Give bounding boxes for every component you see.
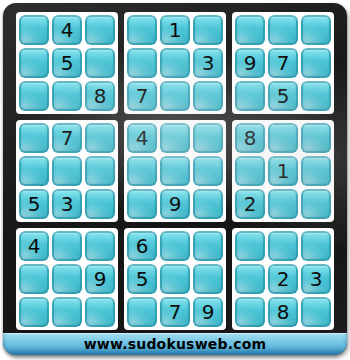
cell-r6c3[interactable] <box>85 189 115 219</box>
box-r3c1: 49 <box>16 228 118 330</box>
cell-r4c9[interactable] <box>301 123 331 153</box>
cell-r1c1[interactable] <box>19 15 49 45</box>
cell-r2c4[interactable] <box>127 48 157 78</box>
cell-r9c5[interactable]: 7 <box>160 297 190 327</box>
cell-r5c7[interactable] <box>235 156 265 186</box>
cell-r5c8[interactable]: 1 <box>268 156 298 186</box>
cell-r3c9[interactable] <box>301 81 331 111</box>
cell-r2c6[interactable]: 3 <box>193 48 223 78</box>
cell-r7c6[interactable] <box>193 231 223 261</box>
cell-r6c4[interactable] <box>127 189 157 219</box>
cell-r6c1[interactable]: 5 <box>19 189 49 219</box>
cell-r1c7[interactable] <box>235 15 265 45</box>
cell-r1c3[interactable] <box>85 15 115 45</box>
cell-r9c7[interactable] <box>235 297 265 327</box>
cell-r8c7[interactable] <box>235 264 265 294</box>
cell-r2c8[interactable]: 7 <box>268 48 298 78</box>
cell-r5c4[interactable] <box>127 156 157 186</box>
cell-r1c5[interactable]: 1 <box>160 15 190 45</box>
footer-url[interactable]: www.sudokusweb.com <box>84 336 267 352</box>
cell-r4c3[interactable] <box>85 123 115 153</box>
cell-r1c8[interactable] <box>268 15 298 45</box>
cell-r3c3[interactable]: 8 <box>85 81 115 111</box>
cell-r7c2[interactable] <box>52 231 82 261</box>
cell-r3c2[interactable] <box>52 81 82 111</box>
cell-r9c6[interactable]: 9 <box>193 297 223 327</box>
cell-r4c6[interactable] <box>193 123 223 153</box>
cell-r6c9[interactable] <box>301 189 331 219</box>
cell-r6c2[interactable]: 3 <box>52 189 82 219</box>
box-r3c3: 238 <box>232 228 334 330</box>
cell-r1c6[interactable] <box>193 15 223 45</box>
cell-r3c1[interactable] <box>19 81 49 111</box>
cell-r3c8[interactable]: 5 <box>268 81 298 111</box>
box-r1c1: 458 <box>16 12 118 114</box>
cell-r9c2[interactable] <box>52 297 82 327</box>
cell-r8c1[interactable] <box>19 264 49 294</box>
cell-r4c1[interactable] <box>19 123 49 153</box>
cell-r8c6[interactable] <box>193 264 223 294</box>
cell-r7c7[interactable] <box>235 231 265 261</box>
cell-r8c5[interactable] <box>160 264 190 294</box>
cell-r5c1[interactable] <box>19 156 49 186</box>
cell-r4c4[interactable]: 4 <box>127 123 157 153</box>
cell-r3c5[interactable] <box>160 81 190 111</box>
cell-r3c7[interactable] <box>235 81 265 111</box>
cell-r3c4[interactable]: 7 <box>127 81 157 111</box>
cell-r8c9[interactable]: 3 <box>301 264 331 294</box>
cell-r8c4[interactable]: 5 <box>127 264 157 294</box>
cell-r1c4[interactable] <box>127 15 157 45</box>
cell-r1c2[interactable]: 4 <box>52 15 82 45</box>
cell-r4c5[interactable] <box>160 123 190 153</box>
box-r2c3: 812 <box>232 120 334 222</box>
cell-r9c8[interactable]: 8 <box>268 297 298 327</box>
cell-r6c5[interactable]: 9 <box>160 189 190 219</box>
cell-r6c7[interactable]: 2 <box>235 189 265 219</box>
cell-r7c3[interactable] <box>85 231 115 261</box>
cell-r9c4[interactable] <box>127 297 157 327</box>
cell-r2c5[interactable] <box>160 48 190 78</box>
cell-r4c7[interactable]: 8 <box>235 123 265 153</box>
cell-r7c8[interactable] <box>268 231 298 261</box>
cell-r4c2[interactable]: 7 <box>52 123 82 153</box>
cell-r8c3[interactable]: 9 <box>85 264 115 294</box>
cell-r2c2[interactable]: 5 <box>52 48 82 78</box>
cell-r8c8[interactable]: 2 <box>268 264 298 294</box>
footer-band: www.sudokusweb.com <box>3 333 347 355</box>
cell-r2c3[interactable] <box>85 48 115 78</box>
cell-r5c2[interactable] <box>52 156 82 186</box>
cell-r4c8[interactable] <box>268 123 298 153</box>
cell-r9c9[interactable] <box>301 297 331 327</box>
cell-r5c3[interactable] <box>85 156 115 186</box>
cell-r8c2[interactable] <box>52 264 82 294</box>
cell-r5c5[interactable] <box>160 156 190 186</box>
cell-r2c1[interactable] <box>19 48 49 78</box>
sudoku-board: 45813797575349812496579238 www.sudokuswe… <box>3 3 347 355</box>
cell-r2c9[interactable] <box>301 48 331 78</box>
cell-r7c9[interactable] <box>301 231 331 261</box>
cell-r7c4[interactable]: 6 <box>127 231 157 261</box>
box-r2c2: 49 <box>124 120 226 222</box>
cell-r6c8[interactable] <box>268 189 298 219</box>
cell-r7c1[interactable]: 4 <box>19 231 49 261</box>
cell-r7c5[interactable] <box>160 231 190 261</box>
box-r3c2: 6579 <box>124 228 226 330</box>
box-r1c2: 137 <box>124 12 226 114</box>
cell-r5c9[interactable] <box>301 156 331 186</box>
cell-r2c7[interactable]: 9 <box>235 48 265 78</box>
cell-r5c6[interactable] <box>193 156 223 186</box>
cell-r1c9[interactable] <box>301 15 331 45</box>
cell-r9c1[interactable] <box>19 297 49 327</box>
box-r2c1: 753 <box>16 120 118 222</box>
page: 45813797575349812496579238 www.sudokuswe… <box>0 0 350 360</box>
box-r1c3: 975 <box>232 12 334 114</box>
cell-r3c6[interactable] <box>193 81 223 111</box>
sudoku-grid: 45813797575349812496579238 <box>3 3 347 330</box>
cell-r9c3[interactable] <box>85 297 115 327</box>
cell-r6c6[interactable] <box>193 189 223 219</box>
